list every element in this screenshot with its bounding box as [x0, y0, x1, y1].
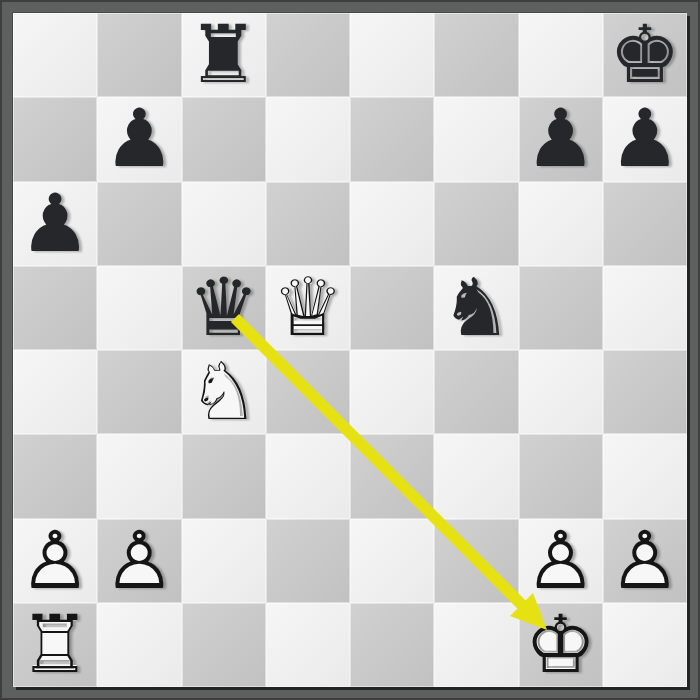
square-c7[interactable]: [182, 97, 266, 181]
square-f7[interactable]: [434, 97, 518, 181]
square-g5[interactable]: [519, 266, 603, 350]
square-g7[interactable]: ♟: [519, 97, 603, 181]
square-f1[interactable]: [434, 603, 518, 687]
square-d3[interactable]: [266, 434, 350, 518]
square-b4[interactable]: [97, 350, 181, 434]
square-f5[interactable]: ♞: [434, 266, 518, 350]
square-d2[interactable]: [266, 519, 350, 603]
white-knight-c4[interactable]: ♞♘: [182, 350, 266, 434]
square-d6[interactable]: [266, 182, 350, 266]
square-h2[interactable]: ♟♙: [603, 519, 687, 603]
black-rook-c8[interactable]: ♜: [182, 13, 266, 97]
black-knight-f5[interactable]: ♞: [434, 266, 518, 350]
square-g3[interactable]: [519, 434, 603, 518]
square-d8[interactable]: [266, 13, 350, 97]
square-h1[interactable]: [603, 603, 687, 687]
piece-outline: ♙: [19, 521, 91, 601]
square-c3[interactable]: [182, 434, 266, 518]
square-g6[interactable]: [519, 182, 603, 266]
square-e4[interactable]: [350, 350, 434, 434]
square-d7[interactable]: [266, 97, 350, 181]
square-c6[interactable]: [182, 182, 266, 266]
chess-board: ♜♚♟♟♟♟♛♛♕♞♞♘♟♙♟♙♟♙♟♙♜♖♚♔: [13, 13, 687, 687]
piece-outline: ♙: [609, 521, 681, 601]
square-b6[interactable]: [97, 182, 181, 266]
white-pawn-h2[interactable]: ♟♙: [603, 519, 687, 603]
square-b7[interactable]: ♟: [97, 97, 181, 181]
piece-outline: ♙: [525, 521, 597, 601]
square-g8[interactable]: [519, 13, 603, 97]
square-g2[interactable]: ♟♙: [519, 519, 603, 603]
square-b2[interactable]: ♟♙: [97, 519, 181, 603]
square-e6[interactable]: [350, 182, 434, 266]
piece-outline: ♙: [104, 521, 176, 601]
square-b3[interactable]: [97, 434, 181, 518]
square-e5[interactable]: [350, 266, 434, 350]
square-a1[interactable]: ♜♖: [13, 603, 97, 687]
square-a5[interactable]: [13, 266, 97, 350]
square-b1[interactable]: [97, 603, 181, 687]
square-a6[interactable]: ♟: [13, 182, 97, 266]
square-e2[interactable]: [350, 519, 434, 603]
square-h5[interactable]: [603, 266, 687, 350]
square-c5[interactable]: ♛: [182, 266, 266, 350]
white-queen-d5[interactable]: ♛♕: [266, 266, 350, 350]
square-e1[interactable]: [350, 603, 434, 687]
black-queen-c5[interactable]: ♛: [182, 266, 266, 350]
square-g1[interactable]: ♚♔: [519, 603, 603, 687]
white-pawn-g2[interactable]: ♟♙: [519, 519, 603, 603]
square-a8[interactable]: [13, 13, 97, 97]
square-f2[interactable]: [434, 519, 518, 603]
piece-outline: ♖: [19, 605, 91, 685]
board-frame: ♜♚♟♟♟♟♛♛♕♞♞♘♟♙♟♙♟♙♟♙♜♖♚♔: [0, 0, 700, 700]
black-pawn-b7[interactable]: ♟: [97, 97, 181, 181]
black-pawn-h7[interactable]: ♟: [603, 97, 687, 181]
square-c1[interactable]: [182, 603, 266, 687]
square-f3[interactable]: [434, 434, 518, 518]
square-h7[interactable]: ♟: [603, 97, 687, 181]
white-king-g1[interactable]: ♚♔: [519, 603, 603, 687]
square-a2[interactable]: ♟♙: [13, 519, 97, 603]
square-b5[interactable]: [97, 266, 181, 350]
square-d1[interactable]: [266, 603, 350, 687]
black-pawn-a6[interactable]: ♟: [13, 182, 97, 266]
white-rook-a1[interactable]: ♜♖: [13, 603, 97, 687]
white-pawn-b2[interactable]: ♟♙: [97, 519, 181, 603]
square-a7[interactable]: [13, 97, 97, 181]
piece-outline: ♔: [525, 605, 597, 685]
square-h6[interactable]: [603, 182, 687, 266]
square-b8[interactable]: [97, 13, 181, 97]
square-c8[interactable]: ♜: [182, 13, 266, 97]
square-f8[interactable]: [434, 13, 518, 97]
white-pawn-a2[interactable]: ♟♙: [13, 519, 97, 603]
square-d4[interactable]: [266, 350, 350, 434]
square-c4[interactable]: ♞♘: [182, 350, 266, 434]
square-e3[interactable]: [350, 434, 434, 518]
square-c2[interactable]: [182, 519, 266, 603]
square-f4[interactable]: [434, 350, 518, 434]
piece-outline: ♘: [188, 352, 260, 432]
square-a4[interactable]: [13, 350, 97, 434]
square-g4[interactable]: [519, 350, 603, 434]
square-e7[interactable]: [350, 97, 434, 181]
square-h3[interactable]: [603, 434, 687, 518]
black-pawn-g7[interactable]: ♟: [519, 97, 603, 181]
piece-outline: ♕: [272, 268, 344, 348]
square-a3[interactable]: [13, 434, 97, 518]
square-e8[interactable]: [350, 13, 434, 97]
square-h8[interactable]: ♚: [603, 13, 687, 97]
square-d5[interactable]: ♛♕: [266, 266, 350, 350]
square-h4[interactable]: [603, 350, 687, 434]
black-king-h8[interactable]: ♚: [603, 13, 687, 97]
square-f6[interactable]: [434, 182, 518, 266]
